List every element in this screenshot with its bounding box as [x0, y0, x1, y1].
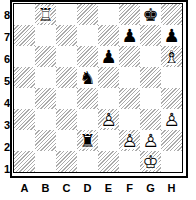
- rank-label-7: 7: [0, 26, 10, 48]
- file-label-f: F: [119, 182, 140, 194]
- white-king-glyph: ♔: [140, 151, 161, 172]
- square-a2: [14, 130, 35, 151]
- white-bishop-h6: ♝♗: [161, 46, 182, 67]
- square-d1: [77, 151, 98, 172]
- rank-label-6: 6: [0, 48, 10, 70]
- square-c1: [56, 151, 77, 172]
- square-d8: [77, 4, 98, 25]
- white-king-g1: ♚♔: [140, 151, 161, 172]
- square-a5: [14, 67, 35, 88]
- black-rook-glyph: ♜: [77, 130, 98, 151]
- square-b5: [35, 67, 56, 88]
- board-inner-frame: ♜♖♚♚♟♟♟♟♟♟♝♗♞♞♟♙♟♙♜♜♟♙♟♙♚♔: [13, 3, 183, 173]
- square-g5: [140, 67, 161, 88]
- rank-label-5: 5: [0, 70, 10, 92]
- rank-label-1: 1: [0, 158, 10, 180]
- square-h5: [161, 67, 182, 88]
- square-c4: [56, 88, 77, 109]
- black-knight-d5: ♞♞: [77, 67, 98, 88]
- file-label-e: E: [98, 182, 119, 194]
- square-f5: [119, 67, 140, 88]
- square-e5: [98, 67, 119, 88]
- file-label-b: B: [35, 182, 56, 194]
- square-g1: ♚♔: [140, 151, 161, 172]
- board-frame: ♜♖♚♚♟♟♟♟♟♟♝♗♞♞♟♙♟♙♜♜♟♙♟♙♚♔: [10, 0, 188, 178]
- square-a7: [14, 25, 35, 46]
- black-knight-glyph: ♞: [77, 67, 98, 88]
- rank-label-4: 4: [0, 92, 10, 114]
- square-b1: [35, 151, 56, 172]
- file-label-h: H: [161, 182, 182, 194]
- file-label-g: G: [140, 182, 161, 194]
- file-label-d: D: [77, 182, 98, 194]
- square-b8: ♜♖: [35, 4, 56, 25]
- square-d2: ♜♜: [77, 130, 98, 151]
- square-b2: [35, 130, 56, 151]
- square-h1: [161, 151, 182, 172]
- file-labels: ABCDEFGH: [14, 180, 196, 196]
- square-d5: ♞♞: [77, 67, 98, 88]
- square-a3: [14, 109, 35, 130]
- rank-labels: 87654321: [0, 0, 10, 180]
- square-h6: ♝♗: [161, 46, 182, 67]
- square-f6: [119, 46, 140, 67]
- white-rook-glyph: ♖: [35, 4, 56, 25]
- rank-label-3: 3: [0, 114, 10, 136]
- square-b6: [35, 46, 56, 67]
- chess-diagram: 87654321 ♜♖♚♚♟♟♟♟♟♟♝♗♞♞♟♙♟♙♜♜♟♙♟♙♚♔: [0, 0, 196, 180]
- rank-label-8: 8: [0, 4, 10, 26]
- square-c7: [56, 25, 77, 46]
- square-b7: [35, 25, 56, 46]
- white-rook-b8: ♜♖: [35, 4, 56, 25]
- square-a6: [14, 46, 35, 67]
- file-label-a: A: [14, 182, 35, 194]
- square-e1: [98, 151, 119, 172]
- black-rook-d2: ♜♜: [77, 130, 98, 151]
- square-c8: [56, 4, 77, 25]
- chess-board: ♜♖♚♚♟♟♟♟♟♟♝♗♞♞♟♙♟♙♜♜♟♙♟♙♚♔: [14, 4, 182, 172]
- rank-label-2: 2: [0, 136, 10, 158]
- square-b4: [35, 88, 56, 109]
- square-a1: [14, 151, 35, 172]
- white-bishop-glyph: ♗: [161, 46, 182, 67]
- square-b3: [35, 109, 56, 130]
- square-a4: [14, 88, 35, 109]
- file-label-c: C: [56, 182, 77, 194]
